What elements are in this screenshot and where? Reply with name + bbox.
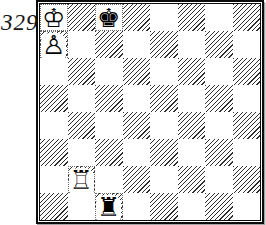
square-d2 [123, 166, 151, 193]
square-c4 [95, 112, 123, 139]
square-f1 [178, 193, 206, 220]
square-a8: ♔ [40, 4, 68, 31]
white-king-a8: ♔ [42, 5, 65, 31]
square-c3 [95, 139, 123, 166]
square-c2 [95, 166, 123, 193]
square-g5 [205, 85, 233, 112]
square-d3 [123, 139, 151, 166]
square-b7 [68, 31, 96, 58]
square-f7 [178, 31, 206, 58]
square-b8 [68, 4, 96, 31]
white-pawn-a7: ♙ [42, 32, 65, 58]
square-a3 [40, 139, 68, 166]
square-c7 [95, 31, 123, 58]
diagram-number: 329 [1, 11, 39, 34]
square-e8 [150, 4, 178, 31]
square-b4 [68, 112, 96, 139]
square-d5 [123, 85, 151, 112]
square-e2 [150, 166, 178, 193]
square-g3 [205, 139, 233, 166]
chess-board: ♔♚♙♖♜ [36, 0, 264, 224]
square-a6 [40, 58, 68, 85]
white-rook-b2: ♖ [70, 167, 93, 193]
square-e1 [150, 193, 178, 220]
square-d1 [123, 193, 151, 220]
square-h8 [233, 4, 261, 31]
square-h6 [233, 58, 261, 85]
square-a5 [40, 85, 68, 112]
square-f5 [178, 85, 206, 112]
board-grid: ♔♚♙♖♜ [39, 3, 261, 221]
square-c8: ♚ [95, 4, 123, 31]
square-b2: ♖ [68, 166, 96, 193]
square-a4 [40, 112, 68, 139]
square-d4 [123, 112, 151, 139]
square-e3 [150, 139, 178, 166]
square-g2 [205, 166, 233, 193]
square-d8 [123, 4, 151, 31]
square-a2 [40, 166, 68, 193]
square-g1 [205, 193, 233, 220]
square-g7 [205, 31, 233, 58]
square-e4 [150, 112, 178, 139]
square-a1 [40, 193, 68, 220]
square-b6 [68, 58, 96, 85]
black-rook-c1: ♜ [97, 194, 120, 220]
square-f8 [178, 4, 206, 31]
square-c1: ♜ [95, 193, 123, 220]
square-e7 [150, 31, 178, 58]
square-g4 [205, 112, 233, 139]
square-d7 [123, 31, 151, 58]
square-f2 [178, 166, 206, 193]
square-h5 [233, 85, 261, 112]
square-h4 [233, 112, 261, 139]
square-g6 [205, 58, 233, 85]
square-h1 [233, 193, 261, 220]
square-e5 [150, 85, 178, 112]
square-d6 [123, 58, 151, 85]
square-g8 [205, 4, 233, 31]
square-f6 [178, 58, 206, 85]
square-e6 [150, 58, 178, 85]
square-h3 [233, 139, 261, 166]
black-king-c8: ♚ [97, 5, 120, 31]
square-h2 [233, 166, 261, 193]
square-b1 [68, 193, 96, 220]
square-b5 [68, 85, 96, 112]
square-b3 [68, 139, 96, 166]
square-h7 [233, 31, 261, 58]
square-a7: ♙ [40, 31, 68, 58]
page: 329 ♔♚♙♖♜ [0, 0, 266, 225]
square-f3 [178, 139, 206, 166]
square-c5 [95, 85, 123, 112]
square-c6 [95, 58, 123, 85]
square-f4 [178, 112, 206, 139]
